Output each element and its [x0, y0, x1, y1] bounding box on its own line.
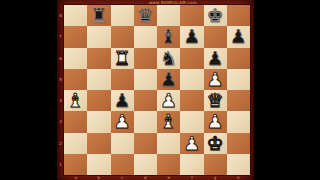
- white-bishop: ♝: [160, 112, 177, 131]
- square-d3[interactable]: [134, 111, 157, 132]
- rank-labels: 87654321: [57, 5, 64, 175]
- file-label-h: h: [227, 175, 250, 180]
- black-pawn: ♟: [160, 70, 177, 89]
- square-d4[interactable]: [134, 90, 157, 111]
- square-g5[interactable]: ♟: [204, 69, 227, 90]
- square-h4[interactable]: [227, 90, 250, 111]
- black-pawn: ♟: [230, 27, 247, 46]
- square-c6[interactable]: ♜: [111, 48, 134, 69]
- square-f3[interactable]: [180, 111, 203, 132]
- square-f2[interactable]: ♟: [180, 133, 203, 154]
- square-e8[interactable]: [157, 5, 180, 26]
- file-label-c: c: [111, 175, 134, 180]
- square-a2[interactable]: [64, 133, 87, 154]
- square-d1[interactable]: [134, 154, 157, 175]
- white-queen: ♛: [207, 91, 224, 110]
- square-e2[interactable]: [157, 133, 180, 154]
- white-pawn: ♟: [207, 112, 224, 131]
- square-f5[interactable]: [180, 69, 203, 90]
- square-c8[interactable]: [111, 5, 134, 26]
- square-a7[interactable]: [64, 26, 87, 47]
- black-king: ♚: [207, 6, 224, 25]
- square-h5[interactable]: [227, 69, 250, 90]
- square-f7[interactable]: ♟: [180, 26, 203, 47]
- square-h2[interactable]: [227, 133, 250, 154]
- white-pawn: ♟: [183, 134, 200, 153]
- square-h8[interactable]: [227, 5, 250, 26]
- square-d5[interactable]: [134, 69, 157, 90]
- square-a6[interactable]: [64, 48, 87, 69]
- file-labels: abcdefgh: [64, 175, 250, 180]
- square-g1[interactable]: [204, 154, 227, 175]
- square-e3[interactable]: ♝: [157, 111, 180, 132]
- square-c4[interactable]: ♟: [111, 90, 134, 111]
- square-b5[interactable]: [87, 69, 110, 90]
- white-pawn: ♟: [160, 91, 177, 110]
- square-g4[interactable]: ♛: [204, 90, 227, 111]
- square-e1[interactable]: [157, 154, 180, 175]
- file-label-d: d: [134, 175, 157, 180]
- square-c5[interactable]: [111, 69, 134, 90]
- rank-label-1: 1: [57, 154, 64, 175]
- rank-label-5: 5: [57, 69, 64, 90]
- file-label-f: f: [180, 175, 203, 180]
- square-g8[interactable]: ♚: [204, 5, 227, 26]
- rank-label-7: 7: [57, 26, 64, 47]
- chess-board: ♜♛♚♝♟♟♜♞♟♟♟♝♟♟♛♟♝♟♟♚: [64, 5, 250, 175]
- black-pawn: ♟: [114, 91, 131, 110]
- white-pawn: ♟: [114, 112, 131, 131]
- white-king: ♚: [207, 134, 224, 153]
- square-e6[interactable]: ♞: [157, 48, 180, 69]
- black-rook: ♜: [90, 6, 107, 25]
- white-pawn: ♟: [207, 70, 224, 89]
- square-a1[interactable]: [64, 154, 87, 175]
- square-e7[interactable]: ♝: [157, 26, 180, 47]
- black-pawn: ♟: [183, 27, 200, 46]
- square-h7[interactable]: ♟: [227, 26, 250, 47]
- black-knight: ♞: [160, 49, 177, 68]
- square-b8[interactable]: ♜: [87, 5, 110, 26]
- square-g3[interactable]: ♟: [204, 111, 227, 132]
- square-c1[interactable]: [111, 154, 134, 175]
- square-f8[interactable]: [180, 5, 203, 26]
- white-rook: ♜: [114, 49, 131, 68]
- square-d6[interactable]: [134, 48, 157, 69]
- video-frame: www.BANKGLAM.com 87654321 ♜♛♚♝♟♟♜♞♟♟♟♝♟♟…: [0, 0, 320, 180]
- square-h3[interactable]: [227, 111, 250, 132]
- square-d8[interactable]: ♛: [134, 5, 157, 26]
- rank-label-8: 8: [57, 5, 64, 26]
- file-label-a: a: [64, 175, 87, 180]
- square-g6[interactable]: ♟: [204, 48, 227, 69]
- square-b4[interactable]: [87, 90, 110, 111]
- file-label-g: g: [204, 175, 227, 180]
- square-a5[interactable]: [64, 69, 87, 90]
- square-c7[interactable]: [111, 26, 134, 47]
- black-pawn: ♟: [207, 49, 224, 68]
- square-f4[interactable]: [180, 90, 203, 111]
- square-a4[interactable]: ♝: [64, 90, 87, 111]
- chess-board-frame: www.BANKGLAM.com 87654321 ♜♛♚♝♟♟♜♞♟♟♟♝♟♟…: [57, 0, 254, 180]
- square-d7[interactable]: [134, 26, 157, 47]
- square-b3[interactable]: [87, 111, 110, 132]
- square-e4[interactable]: ♟: [157, 90, 180, 111]
- square-h6[interactable]: [227, 48, 250, 69]
- square-b2[interactable]: [87, 133, 110, 154]
- square-c2[interactable]: [111, 133, 134, 154]
- square-d2[interactable]: [134, 133, 157, 154]
- rank-label-4: 4: [57, 90, 64, 111]
- square-g2[interactable]: ♚: [204, 133, 227, 154]
- square-h1[interactable]: [227, 154, 250, 175]
- white-bishop: ♝: [67, 91, 84, 110]
- square-a3[interactable]: [64, 111, 87, 132]
- square-b7[interactable]: [87, 26, 110, 47]
- square-a8[interactable]: [64, 5, 87, 26]
- black-queen: ♛: [137, 6, 154, 25]
- rank-label-3: 3: [57, 111, 64, 132]
- square-f6[interactable]: [180, 48, 203, 69]
- square-g7[interactable]: [204, 26, 227, 47]
- square-b6[interactable]: [87, 48, 110, 69]
- square-c3[interactable]: ♟: [111, 111, 134, 132]
- file-label-e: e: [157, 175, 180, 180]
- black-bishop: ♝: [160, 27, 177, 46]
- rank-label-2: 2: [57, 133, 64, 154]
- square-f1[interactable]: [180, 154, 203, 175]
- square-e5[interactable]: ♟: [157, 69, 180, 90]
- rank-label-6: 6: [57, 48, 64, 69]
- file-label-b: b: [87, 175, 110, 180]
- square-b1[interactable]: [87, 154, 110, 175]
